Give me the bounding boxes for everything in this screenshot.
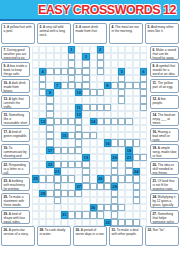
grid-cell-open[interactable] xyxy=(39,82,46,89)
grid-cell-open[interactable] xyxy=(133,197,140,204)
grid-cell-open[interactable] xyxy=(75,68,82,75)
clue-box-28: 28. To cook slowly in water. xyxy=(37,226,71,246)
grid-cell-empty xyxy=(90,147,97,154)
grid-cell-open[interactable] xyxy=(97,118,104,125)
grid-cell-open[interactable] xyxy=(39,175,46,182)
grid-cell-open[interactable] xyxy=(75,147,82,154)
clue-box-15: 15. Something like a reasonable short tr… xyxy=(1,111,30,125)
grid-cell-open[interactable] xyxy=(104,175,111,182)
grid-cell-empty xyxy=(39,132,46,139)
grid-cell-open[interactable] xyxy=(140,75,147,82)
clue-box-18: 18. A simple song, made slow or fast. xyxy=(150,144,179,158)
grid-cell-numbered-13[interactable]: 13 xyxy=(39,118,46,125)
grid-cell-numbered-16[interactable]: 16 xyxy=(104,139,111,146)
grid-cell-open[interactable] xyxy=(54,175,61,182)
grid-cell-open[interactable] xyxy=(111,211,118,218)
grid-cell-open[interactable] xyxy=(75,132,82,139)
grid-cell-open[interactable] xyxy=(125,219,132,226)
grid-cell-empty xyxy=(32,219,39,226)
grid-cell-empty xyxy=(118,154,125,161)
grid-cell-empty xyxy=(111,125,118,132)
grid-cell-open[interactable] xyxy=(54,183,61,190)
grid-cell-empty xyxy=(32,139,39,146)
grid-cell-empty xyxy=(68,204,75,211)
grid-cell-empty xyxy=(39,104,46,111)
grid-cell-empty xyxy=(140,111,147,118)
grid-cell-empty xyxy=(104,161,111,168)
grid-cell-open[interactable] xyxy=(90,211,97,218)
grid-cell-open[interactable] xyxy=(125,118,132,125)
title-banner: EASY CROSSWORDS 12 xyxy=(0,0,180,21)
grid-cell-numbered-24[interactable]: 24 xyxy=(133,168,140,175)
grid-cell-empty xyxy=(46,53,53,60)
grid-cell-open[interactable] xyxy=(97,211,104,218)
grid-cell-open[interactable] xyxy=(46,118,53,125)
grid-cell-empty xyxy=(118,53,125,60)
grid-cell-empty xyxy=(61,219,68,226)
clue-box-25: 25. To make a statement with these words… xyxy=(1,193,30,207)
clue-text: During good weather you are expected to … xyxy=(4,48,27,60)
grid-cell-open[interactable] xyxy=(97,60,104,67)
grid-cell-open[interactable] xyxy=(90,89,97,96)
grid-cell-empty xyxy=(140,132,147,139)
grid-cell-empty xyxy=(104,46,111,53)
grid-cell-empty xyxy=(90,96,97,103)
grid-cell-open[interactable] xyxy=(104,183,111,190)
grid-cell-open[interactable] xyxy=(61,118,68,125)
grid-cell-open[interactable] xyxy=(111,219,118,226)
grid-cell-open[interactable] xyxy=(75,125,82,132)
grid-cell-open[interactable] xyxy=(46,104,53,111)
grid-cell-empty xyxy=(133,118,140,125)
grid-cell-empty xyxy=(97,219,104,226)
grid-cell-open[interactable] xyxy=(104,104,111,111)
grid-cell-numbered-18[interactable]: 18 xyxy=(125,147,132,154)
grid-cell-open[interactable] xyxy=(140,104,147,111)
grid-cell-open[interactable] xyxy=(111,175,118,182)
grid-cell-open[interactable] xyxy=(118,75,125,82)
grid-cell-empty xyxy=(68,183,75,190)
crossword-grid: 1234567891011121314151617181920212223242… xyxy=(32,46,147,226)
grid-cell-open[interactable] xyxy=(54,147,61,154)
grid-cell-empty xyxy=(104,132,111,139)
grid-cell-open[interactable] xyxy=(75,139,82,146)
grid-cell-numbered-19[interactable]: 19 xyxy=(82,154,89,161)
grid-cell-empty xyxy=(32,68,39,75)
grid-cell-open[interactable] xyxy=(133,190,140,197)
grid-cell-open[interactable] xyxy=(61,147,68,154)
grid-cell-open[interactable] xyxy=(82,168,89,175)
grid-cell-open[interactable] xyxy=(75,82,82,89)
grid-cell-empty xyxy=(125,104,132,111)
grid-cell-empty xyxy=(75,197,82,204)
grid-cell-empty xyxy=(82,96,89,103)
grid-cell-empty xyxy=(140,161,147,168)
grid-cell-numbered-14[interactable]: 14 xyxy=(90,118,97,125)
clue-text: And many other ones like it. xyxy=(148,25,174,33)
grid-cell-open[interactable] xyxy=(140,96,147,103)
grid-cell-open[interactable] xyxy=(111,190,118,197)
grid-cell-numbered-29[interactable]: 29 xyxy=(39,190,46,197)
grid-cell-numbered-30[interactable]: 30 xyxy=(90,204,97,211)
grid-cell-open[interactable] xyxy=(118,204,125,211)
grid-cell-open[interactable] xyxy=(68,175,75,182)
grid-cell-open[interactable] xyxy=(68,118,75,125)
grid-cell-empty xyxy=(46,183,53,190)
grid-cell-empty xyxy=(82,197,89,204)
grid-cell-numbered-3[interactable]: 3 xyxy=(82,53,89,60)
grid-cell-open[interactable] xyxy=(111,168,118,175)
grid-cell-empty xyxy=(90,161,97,168)
grid-cell-open[interactable] xyxy=(133,183,140,190)
grid-cell-open[interactable] xyxy=(68,161,75,168)
grid-cell-empty xyxy=(32,96,39,103)
grid-cell-empty xyxy=(97,197,104,204)
grid-cell-empty xyxy=(125,75,132,82)
grid-cell-empty xyxy=(32,132,39,139)
grid-cell-open[interactable] xyxy=(90,104,97,111)
grid-cell-open[interactable] xyxy=(133,139,140,146)
grid-cell-empty xyxy=(125,197,132,204)
clue-box-6: 6. Make a sound that can be heard far aw… xyxy=(150,46,179,60)
grid-cell-open[interactable] xyxy=(46,175,53,182)
clue-text: A symbol that stands for a word or an id… xyxy=(153,64,176,76)
grid-cell-open[interactable] xyxy=(90,183,97,190)
grid-cell-empty xyxy=(32,53,39,60)
grid-cell-open[interactable] xyxy=(82,68,89,75)
grid-cell-numbered-2[interactable]: 2 xyxy=(97,46,104,53)
clue-text: Make a sound that can be heard far away. xyxy=(153,48,177,60)
grid-cell-numbered-31[interactable]: 31 xyxy=(61,211,68,218)
grid-cell-open[interactable] xyxy=(97,53,104,60)
grid-cell-open[interactable] xyxy=(68,132,75,139)
grid-cell-empty xyxy=(125,111,132,118)
grid-cell-empty xyxy=(140,53,147,60)
grid-cell-open[interactable] xyxy=(75,190,82,197)
clue-box-30: 30. A period of seven days in a row. xyxy=(73,226,107,246)
grid-cell-open[interactable] xyxy=(82,89,89,96)
grid-cell-open[interactable] xyxy=(82,183,89,190)
grid-cell-empty xyxy=(75,168,82,175)
grid-cell-open[interactable] xyxy=(97,89,104,96)
grid-cell-open[interactable] xyxy=(82,104,89,111)
grid-cell-open[interactable] xyxy=(111,82,118,89)
grid-cell-open[interactable] xyxy=(133,82,140,89)
grid-cell-open[interactable] xyxy=(90,132,97,139)
grid-cell-empty xyxy=(46,60,53,67)
grid-cell-open[interactable] xyxy=(118,118,125,125)
grid-cell-open[interactable] xyxy=(82,82,89,89)
grid-cell-empty xyxy=(133,204,140,211)
grid-cell-numbered-15[interactable]: 15 xyxy=(61,132,68,139)
grid-cell-open[interactable] xyxy=(46,125,53,132)
grid-cell-empty xyxy=(61,197,68,204)
grid-cell-empty xyxy=(75,175,82,182)
clue-box-23: 23. A building with machinery for printi… xyxy=(1,177,30,191)
grid-cell-open[interactable] xyxy=(118,82,125,89)
grid-cell-open[interactable] xyxy=(111,139,118,146)
grid-cell-empty xyxy=(75,75,82,82)
grid-cell-empty xyxy=(75,96,82,103)
grid-cell-open[interactable] xyxy=(111,197,118,204)
grid-cell-numbered-12[interactable]: 12 xyxy=(75,111,82,118)
grid-cell-empty xyxy=(133,104,140,111)
grid-cell-numbered-7[interactable]: 7 xyxy=(54,82,61,89)
grid-cell-empty xyxy=(68,104,75,111)
grid-cell-open[interactable] xyxy=(46,132,53,139)
grid-cell-empty xyxy=(46,197,53,204)
grid-cell-numbered-20[interactable]: 20 xyxy=(111,154,118,161)
grid-cell-open[interactable] xyxy=(97,183,104,190)
grid-cell-empty xyxy=(54,75,61,82)
grid-cell-empty xyxy=(61,168,68,175)
grid-cell-open[interactable] xyxy=(68,53,75,60)
grid-cell-empty xyxy=(61,46,68,53)
grid-cell-empty xyxy=(97,168,104,175)
grid-cell-open[interactable] xyxy=(140,154,147,161)
grid-cell-empty xyxy=(68,219,75,226)
grid-cell-open[interactable] xyxy=(61,82,68,89)
grid-cell-empty xyxy=(90,82,97,89)
grid-cell-open[interactable] xyxy=(125,161,132,168)
grid-cell-empty xyxy=(32,82,39,89)
grid-cell-numbered-11[interactable]: 11 xyxy=(75,104,82,111)
grid-cell-empty xyxy=(68,89,75,96)
grid-cell-open[interactable] xyxy=(54,190,61,197)
grid-cell-open[interactable] xyxy=(61,68,68,75)
grid-cell-open[interactable] xyxy=(111,161,118,168)
grid-cell-open[interactable] xyxy=(54,118,61,125)
grid-cell-open[interactable] xyxy=(82,211,89,218)
grid-cell-empty xyxy=(104,211,111,218)
grid-cell-open[interactable] xyxy=(118,175,125,182)
grid-cell-numbered-6[interactable]: 6 xyxy=(140,68,147,75)
grid-cell-numbered-21[interactable]: 21 xyxy=(125,154,132,161)
grid-cell-numbered-4[interactable]: 4 xyxy=(39,68,46,75)
grid-cell-open[interactable] xyxy=(104,204,111,211)
grid-cell-empty xyxy=(39,183,46,190)
grid-cell-empty xyxy=(90,168,97,175)
grid-cell-empty xyxy=(104,197,111,204)
grid-cell-numbered-5[interactable]: 5 xyxy=(118,68,125,75)
grid-cell-empty xyxy=(61,53,68,60)
grid-cell-empty xyxy=(104,168,111,175)
grid-cell-open[interactable] xyxy=(68,60,75,67)
clue-box-20: 20. The idea or skill needed to mix thin… xyxy=(150,161,179,175)
grid-cell-open[interactable] xyxy=(54,68,61,75)
grid-cell-empty xyxy=(133,68,140,75)
grid-cell-empty xyxy=(133,46,140,53)
grid-cell-empty xyxy=(39,204,46,211)
grid-cell-empty xyxy=(118,211,125,218)
grid-cell-empty xyxy=(32,75,39,82)
grid-cell-open[interactable] xyxy=(125,168,132,175)
grid-cell-empty xyxy=(90,46,97,53)
grid-cell-open[interactable] xyxy=(75,211,82,218)
grid-cell-open[interactable] xyxy=(118,219,125,226)
grid-cell-empty xyxy=(54,104,61,111)
grid-cell-empty xyxy=(111,96,118,103)
grid-cell-open[interactable] xyxy=(46,111,53,118)
grid-cell-numbered-10[interactable]: 10 xyxy=(75,89,82,96)
grid-cell-empty xyxy=(32,111,39,118)
grid-cell-open[interactable] xyxy=(46,96,53,103)
grid-cell-empty xyxy=(133,111,140,118)
grid-cell-open[interactable] xyxy=(68,75,75,82)
grid-cell-numbered-26[interactable]: 26 xyxy=(97,175,104,182)
grid-cell-empty xyxy=(118,132,125,139)
grid-cell-open[interactable] xyxy=(140,89,147,96)
grid-cell-empty xyxy=(61,183,68,190)
grid-cell-empty xyxy=(90,111,97,118)
grid-cell-empty xyxy=(90,190,97,197)
grid-cell-open[interactable] xyxy=(75,161,82,168)
grid-cell-open[interactable] xyxy=(46,68,53,75)
grid-cell-empty xyxy=(111,147,118,154)
grid-cell-open[interactable] xyxy=(125,82,132,89)
grid-cell-empty xyxy=(39,125,46,132)
grid-cell-empty xyxy=(46,82,53,89)
grid-cell-empty xyxy=(39,197,46,204)
grid-cell-empty xyxy=(32,46,39,53)
grid-cell-open[interactable] xyxy=(61,161,68,168)
grid-cell-empty xyxy=(140,46,147,53)
grid-cell-open[interactable] xyxy=(133,219,140,226)
grid-cell-empty xyxy=(61,204,68,211)
grid-cell-empty xyxy=(46,204,53,211)
grid-cell-empty xyxy=(133,161,140,168)
grid-cell-open[interactable] xyxy=(54,197,61,204)
grid-cell-empty xyxy=(104,147,111,154)
grid-cell-open[interactable] xyxy=(97,68,104,75)
grid-cell-empty xyxy=(111,89,118,96)
grid-cell-open[interactable] xyxy=(82,60,89,67)
grid-cell-open[interactable] xyxy=(111,204,118,211)
grid-cell-empty xyxy=(97,147,104,154)
grid-cell-empty xyxy=(118,104,125,111)
clue-box-5: 5. And many other ones like it. xyxy=(145,23,179,44)
grid-cell-open[interactable] xyxy=(39,89,46,96)
grid-cell-open[interactable] xyxy=(125,139,132,146)
grid-cell-empty xyxy=(125,125,132,132)
grid-cell-empty xyxy=(54,211,61,218)
grid-cell-open[interactable] xyxy=(39,75,46,82)
grid-cell-numbered-23[interactable]: 23 xyxy=(54,168,61,175)
grid-cell-empty xyxy=(140,139,147,146)
grid-cell-open[interactable] xyxy=(61,190,68,197)
grid-cell-open[interactable] xyxy=(133,154,140,161)
grid-cell-open[interactable] xyxy=(68,190,75,197)
grid-cell-empty xyxy=(140,147,147,154)
clue-box-22: 22. Responding to a letter or a call. xyxy=(1,161,30,175)
grid-cell-open[interactable] xyxy=(46,139,53,146)
grid-cell-numbered-9[interactable]: 9 xyxy=(46,89,53,96)
grid-cell-empty xyxy=(97,190,104,197)
grid-cell-numbered-27[interactable]: 27 xyxy=(75,183,82,190)
grid-cell-empty xyxy=(97,96,104,103)
grid-cell-empty xyxy=(39,139,46,146)
grid-cell-empty xyxy=(46,75,53,82)
grid-cell-open[interactable] xyxy=(54,161,61,168)
grid-cell-empty xyxy=(97,139,104,146)
grid-cell-empty xyxy=(140,60,147,67)
grid-cell-numbered-28[interactable]: 28 xyxy=(111,183,118,190)
grid-cell-empty xyxy=(97,75,104,82)
grid-cell-open[interactable] xyxy=(133,175,140,182)
grid-cell-empty xyxy=(125,53,132,60)
grid-cell-empty xyxy=(39,60,46,67)
grid-cell-open[interactable] xyxy=(97,204,104,211)
grid-cell-open[interactable] xyxy=(61,175,68,182)
grid-cell-empty xyxy=(39,111,46,118)
grid-cell-open[interactable] xyxy=(125,175,132,182)
grid-cell-empty xyxy=(39,168,46,175)
grid-cell-empty xyxy=(118,111,125,118)
clue-text: A yellow fruit with a peel. xyxy=(4,25,32,33)
grid-cell-empty xyxy=(97,82,104,89)
grid-cell-open[interactable] xyxy=(68,82,75,89)
grid-cell-numbered-25[interactable]: 25 xyxy=(32,175,39,182)
grid-cell-empty xyxy=(118,125,125,132)
grid-cell-numbered-8[interactable]: 8 xyxy=(104,82,111,89)
grid-cell-open[interactable] xyxy=(82,132,89,139)
grid-cell-numbered-22[interactable]: 22 xyxy=(46,161,53,168)
grid-cell-open[interactable] xyxy=(46,190,53,197)
grid-cell-empty xyxy=(61,104,68,111)
grid-cell-open[interactable] xyxy=(82,75,89,82)
grid-cell-empty xyxy=(54,154,61,161)
grid-cell-open[interactable] xyxy=(75,118,82,125)
grid-cell-open[interactable] xyxy=(82,175,89,182)
grid-cell-empty xyxy=(32,161,39,168)
grid-cell-empty xyxy=(54,46,61,53)
grid-cell-open[interactable] xyxy=(111,118,118,125)
grid-cell-empty xyxy=(125,190,132,197)
grid-cell-empty xyxy=(140,125,147,132)
grid-cell-empty xyxy=(133,75,140,82)
grid-cell-open[interactable] xyxy=(68,147,75,154)
grid-cell-open[interactable] xyxy=(140,82,147,89)
grid-cell-open[interactable] xyxy=(68,68,75,75)
grid-cell-empty xyxy=(82,118,89,125)
grid-cell-empty xyxy=(54,111,61,118)
grid-cell-open[interactable] xyxy=(104,118,111,125)
grid-cell-empty xyxy=(68,139,75,146)
grid-cell-open[interactable] xyxy=(68,211,75,218)
grid-cell-empty xyxy=(90,53,97,60)
grid-cell-empty xyxy=(97,154,104,161)
grid-cell-numbered-17[interactable]: 17 xyxy=(46,147,53,154)
grid-cell-empty xyxy=(133,60,140,67)
grid-cell-empty xyxy=(61,111,68,118)
grid-cell-empty xyxy=(61,139,68,146)
grid-cell-empty xyxy=(111,104,118,111)
clue-box-31: 31. To make a deal with other people. xyxy=(109,226,143,246)
grid-cell-empty xyxy=(32,183,39,190)
grid-cell-numbered-1[interactable]: 1 xyxy=(68,46,75,53)
grid-cell-empty xyxy=(75,204,82,211)
grid-cell-open[interactable] xyxy=(118,139,125,146)
grid-cell-empty xyxy=(68,154,75,161)
grid-cell-open[interactable] xyxy=(118,89,125,96)
grid-cell-open[interactable] xyxy=(82,161,89,168)
grid-cell-open[interactable] xyxy=(118,96,125,103)
grid-cell-empty xyxy=(104,96,111,103)
grid-cell-open[interactable] xyxy=(97,104,104,111)
grid-cell-empty xyxy=(32,118,39,125)
clue-box-19: 19. To communicate by showing and talkin… xyxy=(1,144,30,158)
grid-cell-numbered-32[interactable]: 32 xyxy=(104,219,111,226)
